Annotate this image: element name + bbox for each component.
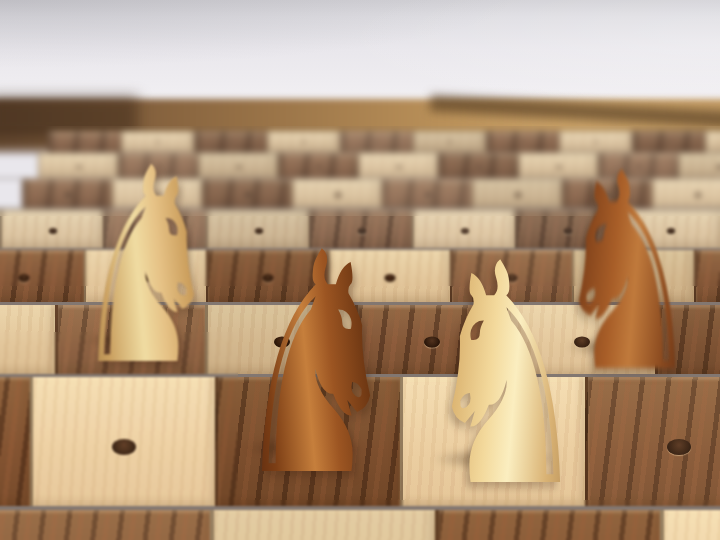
chess-piece-white-knight-right[interactable]: ♞ <box>421 224 591 529</box>
chess-piece-white-knight-left[interactable]: ♞ <box>71 133 221 403</box>
chess-set-photo: ♞♞♞♞ <box>0 0 720 540</box>
chess-piece-black-knight-center[interactable]: ♞ <box>231 213 401 518</box>
pieces-layer: ♞♞♞♞ <box>0 0 720 540</box>
